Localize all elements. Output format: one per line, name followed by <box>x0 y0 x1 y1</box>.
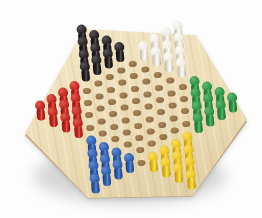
peg-body <box>36 109 45 121</box>
hole-cell-r7-c21[interactable] <box>124 166 137 173</box>
hole-cell-r9-c21[interactable] <box>148 165 161 172</box>
board-hole <box>169 115 178 121</box>
hole-cell-r5-c15[interactable] <box>96 130 109 137</box>
peg-body <box>116 50 125 62</box>
hole-cell-r6-c22[interactable] <box>112 173 125 180</box>
board-hole <box>168 102 177 108</box>
hole-cell-r11-c23[interactable] <box>173 177 186 184</box>
board-hole <box>137 160 146 166</box>
peg-blue[interactable] <box>100 166 114 187</box>
board-hole <box>148 141 157 147</box>
peg-white[interactable] <box>149 46 163 67</box>
peg-red[interactable] <box>71 118 85 139</box>
board-hole <box>117 67 126 73</box>
board-hole <box>166 78 175 84</box>
board-hole <box>134 123 143 129</box>
board-hole <box>96 105 105 111</box>
hole-cell-r6-c4[interactable] <box>103 62 116 69</box>
hole-cell-r2-c14[interactable] <box>60 125 73 132</box>
peg-blue[interactable] <box>111 160 125 181</box>
board-hole <box>84 100 93 106</box>
hole-cell-r6-c10[interactable] <box>106 99 119 106</box>
board-hole <box>106 74 115 80</box>
hole-cell-r12-c14[interactable] <box>180 120 193 127</box>
peg-white[interactable] <box>162 52 176 73</box>
board-hole <box>136 147 145 153</box>
peg-green[interactable] <box>203 106 217 127</box>
board-hole <box>155 84 164 90</box>
hole-cell-r6-c14[interactable] <box>108 123 121 130</box>
peg-white[interactable] <box>174 58 188 79</box>
hole-cell-r4-c8[interactable] <box>81 87 94 94</box>
hole-cell-r9-c13[interactable] <box>143 116 156 123</box>
peg-red[interactable] <box>59 112 73 133</box>
hole-cell-r7-c5[interactable] <box>115 67 128 74</box>
peg-blue[interactable] <box>123 153 137 174</box>
hole-cell-r10-c8[interactable] <box>153 84 166 91</box>
board-hole <box>124 142 133 148</box>
hole-cell-r12-c8[interactable] <box>177 83 190 90</box>
hole-cell-r12-c6[interactable] <box>176 71 189 78</box>
hole-cell-r8-c10[interactable] <box>130 98 143 105</box>
board-hole <box>111 136 120 142</box>
hole-cell-r9-c15[interactable] <box>144 128 157 135</box>
hole-cell-r8-c14[interactable] <box>132 122 145 129</box>
hole-cell-r5-c5[interactable] <box>91 68 104 75</box>
board-hole <box>119 92 128 98</box>
board-hole <box>83 87 92 93</box>
hole-cell-r10-c16[interactable] <box>157 134 170 141</box>
board-hole <box>131 85 140 91</box>
board-hole <box>156 97 165 103</box>
peg-body <box>104 56 113 68</box>
peg-red[interactable] <box>34 101 48 122</box>
board-hole <box>141 66 150 72</box>
peg-body <box>205 114 214 126</box>
hole-cell-r8-c4[interactable] <box>127 60 140 67</box>
hole-cell-r8-c18[interactable] <box>134 147 147 154</box>
hole-cell-r3-c15[interactable] <box>72 131 85 138</box>
board-hole <box>146 128 155 134</box>
hole-cell-r7-c9[interactable] <box>117 92 130 99</box>
peg-black[interactable] <box>113 42 127 63</box>
hole-cell-r8-c20[interactable] <box>135 159 148 166</box>
hole-cell-r7-c15[interactable] <box>120 129 133 136</box>
peg-blue[interactable] <box>88 173 102 194</box>
board-hole <box>154 72 163 78</box>
peg-white[interactable] <box>137 41 151 62</box>
peg-body <box>102 174 111 186</box>
hole-cell-r11-c7[interactable] <box>164 78 177 85</box>
board-hole <box>167 90 176 96</box>
peg-body <box>81 70 90 82</box>
hole-cell-r8-c16[interactable] <box>133 135 146 142</box>
board-hole <box>144 103 153 109</box>
peg-black[interactable] <box>101 48 115 69</box>
hole-cell-r8-c8[interactable] <box>129 85 142 92</box>
hole-cell-r5-c7[interactable] <box>92 81 105 88</box>
board-hole <box>179 83 188 89</box>
hole-cell-r6-c8[interactable] <box>105 86 118 93</box>
hole-cell-r9-c7[interactable] <box>140 79 153 86</box>
hole-cell-r12-c12[interactable] <box>179 108 192 115</box>
peg-green[interactable] <box>191 113 205 134</box>
hole-cell-r10-c6[interactable] <box>152 72 165 79</box>
board-hole <box>95 93 104 99</box>
hole-cell-r15-c13[interactable] <box>215 113 228 120</box>
peg-red[interactable] <box>46 106 60 127</box>
hole-cell-r10-c12[interactable] <box>155 109 168 116</box>
hole-cell-r6-c16[interactable] <box>109 136 122 143</box>
hole-cell-r5-c9[interactable] <box>93 93 106 100</box>
peg-body <box>91 181 100 193</box>
board-hole <box>118 80 127 86</box>
peg-body <box>194 121 203 133</box>
peg-yellow[interactable] <box>147 152 161 173</box>
hole-cell-r7-c17[interactable] <box>122 141 135 148</box>
peg-body <box>228 101 237 113</box>
hole-cell-r5-c13[interactable] <box>95 118 108 125</box>
hole-cell-r6-c12[interactable] <box>107 111 120 118</box>
peg-body <box>217 107 226 119</box>
board-hole <box>182 121 191 127</box>
hole-cell-r9-c3[interactable] <box>138 54 151 61</box>
hole-cell-r11-c9[interactable] <box>165 90 178 97</box>
hole-cell-r12-c24[interactable] <box>185 182 198 189</box>
board-hole <box>120 104 129 110</box>
peg-body <box>152 54 161 66</box>
board-hole <box>97 118 106 124</box>
hole-cell-r8-c6[interactable] <box>128 73 141 80</box>
hole-cell-r4-c12[interactable] <box>83 112 96 119</box>
board-hole <box>85 112 94 118</box>
hole-cell-r1-c13[interactable] <box>47 120 60 127</box>
peg-body <box>177 66 186 78</box>
photo-scene <box>0 0 262 218</box>
board-hole <box>180 96 189 102</box>
hole-cell-r10-c14[interactable] <box>156 121 169 128</box>
hole-cell-r7-c13[interactable] <box>119 117 132 124</box>
hole-cell-r7-c11[interactable] <box>118 104 131 111</box>
hole-cell-r9-c9[interactable] <box>141 91 154 98</box>
hole-cell-r10-c22[interactable] <box>160 171 173 178</box>
hole-cell-r11-c13[interactable] <box>167 115 180 122</box>
board-hole <box>109 111 118 117</box>
hole-cell-r6-c6[interactable] <box>104 74 117 81</box>
hole-cell-r11-c15[interactable] <box>168 127 181 134</box>
peg-body <box>125 161 134 173</box>
hole-cell-r5-c11[interactable] <box>94 105 107 112</box>
board-hole <box>94 81 103 87</box>
peg-body <box>93 63 102 75</box>
peg-body <box>140 49 149 61</box>
peg-yellow[interactable] <box>172 163 186 184</box>
peg-green[interactable] <box>214 99 228 120</box>
peg-body <box>49 114 58 126</box>
hole-cell-r5-c23[interactable] <box>101 180 114 187</box>
peg-yellow[interactable] <box>184 169 198 190</box>
board-hole <box>130 73 139 79</box>
board-hole <box>132 98 141 104</box>
board-hole <box>159 134 168 140</box>
peg-body <box>162 166 171 178</box>
hole-cell-r7-c7[interactable] <box>116 80 129 87</box>
peg-grid <box>28 32 246 195</box>
board-hole <box>157 109 166 115</box>
hole-cell-r13-c15[interactable] <box>192 126 205 133</box>
hole-cell-r0-c12[interactable] <box>35 114 48 121</box>
board-hole <box>181 108 190 114</box>
hole-cell-r10-c10[interactable] <box>154 97 167 104</box>
board-hole <box>135 135 144 141</box>
board-hole <box>107 86 116 92</box>
board-hole <box>145 116 154 122</box>
hole-cell-r4-c24[interactable] <box>89 186 102 193</box>
hole-cell-r8-c12[interactable] <box>131 110 144 117</box>
peg-body <box>165 60 174 72</box>
board-hole <box>143 91 152 97</box>
hole-cell-r10-c4[interactable] <box>151 59 164 66</box>
peg-yellow[interactable] <box>159 158 173 179</box>
hole-cell-r14-c14[interactable] <box>204 119 217 126</box>
hole-cell-r7-c3[interactable] <box>114 55 127 62</box>
board-hole <box>121 117 130 123</box>
peg-body <box>149 160 158 172</box>
hole-cell-r9-c17[interactable] <box>146 140 159 147</box>
hole-cell-r11-c11[interactable] <box>166 102 179 109</box>
hole-cell-r9-c5[interactable] <box>139 66 152 73</box>
peg-body <box>61 120 70 132</box>
board-hole <box>108 99 117 105</box>
peg-body <box>187 177 196 189</box>
board-hole <box>170 127 179 133</box>
peg-green[interactable] <box>226 93 240 114</box>
board-hole <box>158 122 167 128</box>
peg-body <box>74 126 83 138</box>
board-hole <box>133 110 142 116</box>
board-hole <box>110 124 119 130</box>
peg-black[interactable] <box>90 55 104 76</box>
peg-body <box>174 171 183 183</box>
board-hole <box>129 61 138 67</box>
peg-body <box>114 168 123 180</box>
hole-cell-r4-c6[interactable] <box>80 75 93 82</box>
hole-cell-r9-c11[interactable] <box>142 103 155 110</box>
hole-cell-r16-c12[interactable] <box>227 106 240 113</box>
board-hole <box>86 125 95 131</box>
hole-cell-r4-c14[interactable] <box>84 124 97 131</box>
hole-cell-r11-c5[interactable] <box>163 65 176 72</box>
board-hole <box>122 129 131 135</box>
hole-cell-r4-c10[interactable] <box>82 100 95 107</box>
hole-cell-r12-c10[interactable] <box>178 96 191 103</box>
board-hole <box>142 79 151 85</box>
peg-black[interactable] <box>78 62 92 83</box>
board-hole <box>98 130 107 136</box>
